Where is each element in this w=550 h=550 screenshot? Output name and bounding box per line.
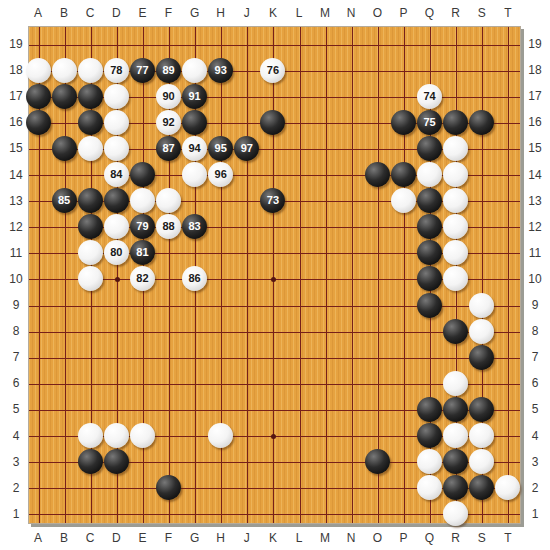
column-label-top-G: G: [190, 7, 199, 19]
row-label-right-17: 17: [528, 90, 541, 102]
row-label-right-1: 1: [532, 508, 539, 520]
stone-black-R16: [443, 110, 468, 135]
stone-black-C17: [78, 84, 103, 109]
column-label-bottom-J: J: [244, 532, 250, 544]
stone-white-D4: [104, 423, 129, 448]
column-label-bottom-N: N: [347, 532, 356, 544]
stone-white-D17: [104, 84, 129, 109]
grid-line: [300, 27, 301, 523]
column-label-top-R: R: [451, 7, 460, 19]
column-label-top-E: E: [138, 7, 146, 19]
stone-white-C18: [78, 58, 103, 83]
column-label-top-M: M: [320, 7, 330, 19]
stone-white-A18: [26, 58, 51, 83]
stone-black-B17: [52, 84, 77, 109]
stone-black-H15: 95: [208, 136, 233, 161]
column-label-top-O: O: [373, 7, 382, 19]
row-label-left-17: 17: [9, 90, 22, 102]
column-label-bottom-G: G: [190, 532, 199, 544]
column-label-bottom-E: E: [138, 532, 146, 544]
grid-line: [508, 27, 509, 523]
column-label-top-D: D: [112, 7, 121, 19]
stone-white-R6: [443, 371, 468, 396]
row-label-left-4: 4: [13, 430, 20, 442]
stone-white-K18: 76: [260, 58, 285, 83]
row-label-right-12: 12: [528, 221, 541, 233]
grid-line: [326, 27, 327, 523]
stone-white-D16: [104, 110, 129, 135]
grid-line: [404, 27, 405, 523]
stone-white-D11: 80: [104, 240, 129, 265]
row-label-left-10: 10: [9, 273, 22, 285]
stone-black-Q16: 75: [417, 110, 442, 135]
stone-black-Q9: [417, 293, 442, 318]
stone-black-O3: [365, 449, 390, 474]
stone-white-Q17: 74: [417, 84, 442, 109]
stone-black-S7: [469, 345, 494, 370]
row-label-right-10: 10: [528, 273, 541, 285]
column-label-top-S: S: [478, 7, 486, 19]
stone-black-C16: [78, 110, 103, 135]
stone-white-D18: 78: [104, 58, 129, 83]
star-point: [271, 277, 276, 282]
row-label-right-16: 16: [528, 116, 541, 128]
stone-white-R14: [443, 162, 468, 187]
stone-white-C4: [78, 423, 103, 448]
row-label-right-4: 4: [532, 430, 539, 442]
grid-line: [29, 45, 520, 46]
row-label-right-13: 13: [528, 195, 541, 207]
grid-line: [29, 358, 520, 359]
row-label-right-15: 15: [528, 142, 541, 154]
row-label-left-7: 7: [13, 351, 20, 363]
column-label-top-K: K: [269, 7, 277, 19]
row-label-left-18: 18: [9, 64, 22, 76]
stone-white-D15: [104, 136, 129, 161]
stone-black-E12: 79: [130, 214, 155, 239]
stone-white-C10: [78, 266, 103, 291]
stone-black-A16: [26, 110, 51, 135]
column-label-top-F: F: [165, 7, 172, 19]
stone-white-B18: [52, 58, 77, 83]
stone-white-Q14: [417, 162, 442, 187]
stone-black-F15: 87: [156, 136, 181, 161]
star-point: [115, 277, 120, 282]
stone-black-O14: [365, 162, 390, 187]
row-label-right-18: 18: [528, 64, 541, 76]
column-label-bottom-S: S: [478, 532, 486, 544]
stone-black-G17: 91: [182, 84, 207, 109]
stone-white-G14: [182, 162, 207, 187]
stone-black-F18: 89: [156, 58, 181, 83]
stone-white-R15: [443, 136, 468, 161]
column-label-bottom-B: B: [60, 532, 68, 544]
grid-line: [352, 27, 353, 523]
stone-black-E18: 77: [130, 58, 155, 83]
stone-black-P16: [391, 110, 416, 135]
column-label-top-P: P: [399, 7, 407, 19]
row-label-left-6: 6: [13, 377, 20, 389]
stone-white-E13: [130, 188, 155, 213]
row-label-right-8: 8: [532, 325, 539, 337]
row-label-left-1: 1: [13, 508, 20, 520]
stone-black-Q13: [417, 188, 442, 213]
stone-white-P13: [391, 188, 416, 213]
row-label-left-13: 13: [9, 195, 22, 207]
stone-black-C13: [78, 188, 103, 213]
row-label-right-14: 14: [528, 169, 541, 181]
stone-black-E14: [130, 162, 155, 187]
row-label-right-19: 19: [528, 38, 541, 50]
row-label-left-5: 5: [13, 403, 20, 415]
column-label-bottom-P: P: [399, 532, 407, 544]
row-label-left-2: 2: [13, 482, 20, 494]
row-label-left-15: 15: [9, 142, 22, 154]
column-label-bottom-O: O: [373, 532, 382, 544]
stone-black-D13: [104, 188, 129, 213]
row-label-left-9: 9: [13, 299, 20, 311]
stone-white-R4: [443, 423, 468, 448]
stone-white-F16: 92: [156, 110, 181, 135]
column-label-bottom-M: M: [320, 532, 330, 544]
stone-black-B13: 85: [52, 188, 77, 213]
column-label-bottom-H: H: [216, 532, 225, 544]
star-point: [271, 434, 276, 439]
stone-white-D14: 84: [104, 162, 129, 187]
stone-white-C15: [78, 136, 103, 161]
column-label-top-B: B: [60, 7, 68, 19]
column-label-bottom-F: F: [165, 532, 172, 544]
row-label-left-3: 3: [13, 456, 20, 468]
stone-black-H18: 93: [208, 58, 233, 83]
row-label-left-8: 8: [13, 325, 20, 337]
stone-black-S16: [469, 110, 494, 135]
row-label-right-9: 9: [532, 299, 539, 311]
grid-line: [221, 27, 222, 523]
grid-line: [247, 27, 248, 523]
stone-black-A17: [26, 84, 51, 109]
grid-line: [273, 27, 274, 523]
stone-black-D3: [104, 449, 129, 474]
stone-black-Q5: [417, 397, 442, 422]
row-label-right-11: 11: [529, 247, 541, 259]
row-label-left-12: 12: [9, 221, 22, 233]
stone-black-Q15: [417, 136, 442, 161]
grid-line: [29, 306, 520, 307]
row-label-right-5: 5: [532, 403, 539, 415]
column-label-bottom-Q: Q: [425, 532, 434, 544]
column-label-bottom-L: L: [296, 532, 303, 544]
column-label-top-L: L: [296, 7, 303, 19]
row-label-right-2: 2: [532, 482, 539, 494]
row-label-right-6: 6: [532, 377, 539, 389]
stone-white-C11: [78, 240, 103, 265]
stone-black-C12: [78, 214, 103, 239]
stone-white-F13: [156, 188, 181, 213]
column-label-bottom-A: A: [34, 532, 42, 544]
column-label-top-J: J: [244, 7, 250, 19]
stone-white-G15: 94: [182, 136, 207, 161]
row-label-left-16: 16: [9, 116, 22, 128]
stone-black-C3: [78, 449, 103, 474]
column-label-bottom-K: K: [269, 532, 277, 544]
column-label-bottom-R: R: [451, 532, 460, 544]
stone-black-Q4: [417, 423, 442, 448]
column-label-bottom-T: T: [504, 532, 511, 544]
stone-white-D12: [104, 214, 129, 239]
column-label-top-C: C: [86, 7, 95, 19]
stone-white-G18: [182, 58, 207, 83]
stone-black-S5: [469, 397, 494, 422]
row-label-right-7: 7: [532, 351, 539, 363]
row-label-right-3: 3: [532, 456, 539, 468]
stone-white-S9: [469, 293, 494, 318]
column-label-bottom-C: C: [86, 532, 95, 544]
stone-black-B15: [52, 136, 77, 161]
stone-black-G16: [182, 110, 207, 135]
stone-white-E4: [130, 423, 155, 448]
column-label-top-N: N: [347, 7, 356, 19]
column-label-top-T: T: [504, 7, 511, 19]
stone-white-S8: [469, 319, 494, 344]
column-label-top-H: H: [216, 7, 225, 19]
column-label-top-A: A: [34, 7, 42, 19]
stone-black-R8: [443, 319, 468, 344]
row-label-left-11: 11: [10, 247, 22, 259]
stone-black-R5: [443, 397, 468, 422]
go-diagram: AABBCCDDEEFFGGHHJJKKLLMMNNOOPPQQRRSSTT19…: [0, 0, 550, 550]
stone-white-F17: 90: [156, 84, 181, 109]
row-label-left-14: 14: [9, 169, 22, 181]
stone-black-P14: [391, 162, 416, 187]
row-label-left-19: 19: [9, 38, 22, 50]
column-label-top-Q: Q: [425, 7, 434, 19]
stone-white-Q3: [417, 449, 442, 474]
column-label-bottom-D: D: [112, 532, 121, 544]
